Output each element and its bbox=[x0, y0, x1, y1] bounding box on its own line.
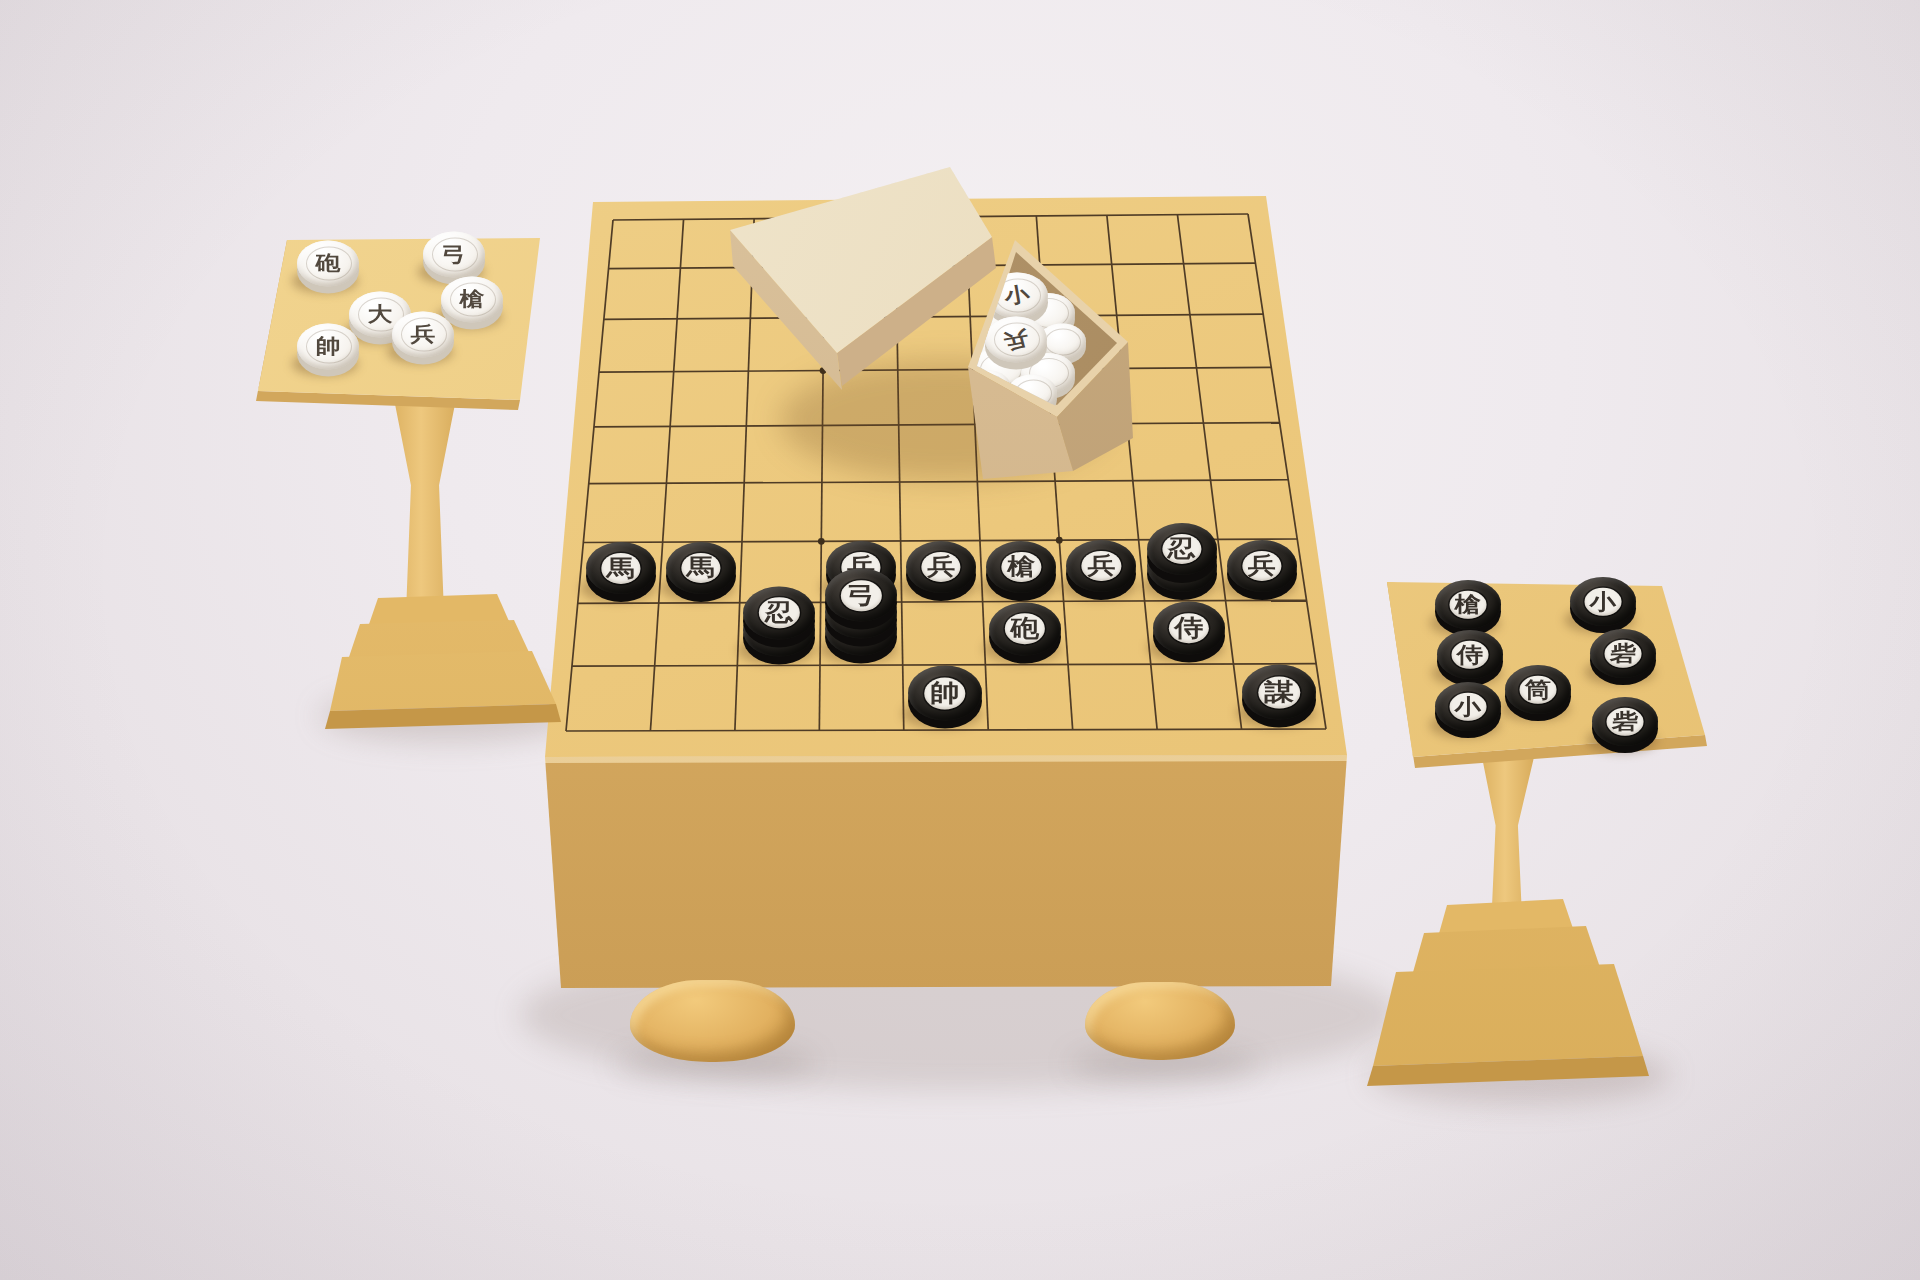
piece-kanji: 砦 bbox=[1612, 711, 1638, 733]
piece-tsutsu: 筒 bbox=[1505, 665, 1571, 721]
piece-yari: 槍 bbox=[1435, 580, 1501, 636]
piece-kanji: 侍 bbox=[1457, 644, 1483, 666]
piece-toride: 砦 bbox=[1592, 697, 1658, 753]
piece-kanji: 砦 bbox=[1610, 643, 1636, 665]
piece-kanji: 小 bbox=[1590, 591, 1616, 613]
right-piece-stand: 槍小侍砦筒小砦 bbox=[0, 0, 1920, 1280]
piece-toride: 砦 bbox=[1590, 629, 1656, 685]
piece-kanji-label: 小 bbox=[1585, 587, 1622, 615]
piece-kanji-label: 小 bbox=[1450, 692, 1487, 720]
piece-kanji: 筒 bbox=[1525, 679, 1551, 701]
piece-sho: 小 bbox=[1570, 577, 1636, 633]
piece-kanji-label: 砦 bbox=[1605, 639, 1642, 667]
piece-kanji-label: 砦 bbox=[1607, 707, 1644, 735]
right-stand-pieces-layer: 槍小侍砦筒小砦 bbox=[0, 0, 1920, 1280]
piece-kanji-label: 筒 bbox=[1520, 675, 1557, 703]
gungi-photo-scene: { "game": "Gungi (軍儀)", "scene": "Wooden… bbox=[0, 0, 1920, 1280]
piece-sho: 小 bbox=[1435, 682, 1501, 738]
piece-kanji: 槍 bbox=[1455, 594, 1481, 616]
piece-samurai: 侍 bbox=[1437, 630, 1503, 686]
piece-kanji-label: 槍 bbox=[1450, 590, 1487, 618]
piece-kanji: 小 bbox=[1455, 696, 1481, 718]
piece-kanji-label: 侍 bbox=[1452, 640, 1489, 668]
